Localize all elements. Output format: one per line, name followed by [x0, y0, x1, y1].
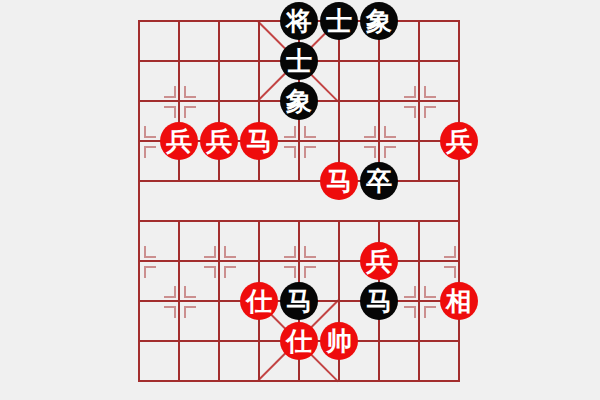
star-point-marker [404, 306, 416, 318]
star-point-marker [144, 246, 156, 258]
star-point-marker [284, 266, 296, 278]
piece-red-horse[interactable]: 马 [320, 162, 358, 200]
star-point-marker [364, 146, 376, 158]
star-point-marker [224, 246, 236, 258]
star-point-marker [284, 126, 296, 138]
piece-red-soldier[interactable]: 兵 [360, 242, 398, 280]
grid-line-vertical [138, 20, 140, 382]
star-point-marker [304, 126, 316, 138]
grid-line-vertical [458, 20, 460, 382]
piece-red-elephant[interactable]: 相 [440, 282, 478, 320]
grid-line-vertical [218, 220, 220, 382]
piece-red-advisor[interactable]: 仕 [280, 322, 318, 360]
star-point-marker [384, 146, 396, 158]
piece-black-elephant[interactable]: 象 [360, 2, 398, 40]
star-point-marker [144, 126, 156, 138]
star-point-marker [224, 266, 236, 278]
grid-line-vertical [418, 220, 420, 382]
piece-red-horse[interactable]: 马 [240, 122, 278, 160]
star-point-marker [304, 266, 316, 278]
star-point-marker [284, 246, 296, 258]
piece-black-soldier[interactable]: 卒 [360, 162, 398, 200]
grid-line-vertical [418, 20, 420, 182]
star-point-marker [164, 286, 176, 298]
piece-black-general[interactable]: 将 [280, 2, 318, 40]
star-point-marker [444, 266, 456, 278]
grid-line-vertical [338, 20, 340, 182]
star-point-marker [384, 126, 396, 138]
star-point-marker [184, 106, 196, 118]
star-point-marker [364, 126, 376, 138]
star-point-marker [164, 306, 176, 318]
star-point-marker [144, 266, 156, 278]
star-point-marker [424, 286, 436, 298]
piece-red-general[interactable]: 帅 [320, 322, 358, 360]
star-point-marker [424, 106, 436, 118]
piece-black-elephant[interactable]: 象 [280, 82, 318, 120]
piece-red-soldier[interactable]: 兵 [440, 122, 478, 160]
star-point-marker [184, 86, 196, 98]
star-point-marker [144, 146, 156, 158]
star-point-marker [184, 286, 196, 298]
piece-black-advisor[interactable]: 士 [320, 2, 358, 40]
star-point-marker [424, 306, 436, 318]
xiangqi-board[interactable]: 将士象士象兵兵马兵马卒兵仕马马相仕帅 [0, 0, 600, 400]
star-point-marker [424, 86, 436, 98]
piece-red-advisor[interactable]: 仕 [240, 282, 278, 320]
star-point-marker [304, 246, 316, 258]
star-point-marker [164, 106, 176, 118]
xiangqi-app-background: 将士象士象兵兵马兵马卒兵仕马马相仕帅 [0, 0, 600, 400]
star-point-marker [304, 146, 316, 158]
piece-black-horse[interactable]: 马 [280, 282, 318, 320]
star-point-marker [444, 246, 456, 258]
star-point-marker [164, 86, 176, 98]
piece-black-advisor[interactable]: 士 [280, 42, 318, 80]
star-point-marker [204, 246, 216, 258]
piece-black-horse[interactable]: 马 [360, 282, 398, 320]
grid-line-vertical [178, 220, 180, 382]
grid-line-vertical [378, 20, 380, 182]
star-point-marker [284, 146, 296, 158]
star-point-marker [404, 106, 416, 118]
star-point-marker [204, 266, 216, 278]
piece-red-soldier[interactable]: 兵 [160, 122, 198, 160]
piece-red-soldier[interactable]: 兵 [200, 122, 238, 160]
star-point-marker [404, 286, 416, 298]
star-point-marker [184, 306, 196, 318]
star-point-marker [404, 86, 416, 98]
